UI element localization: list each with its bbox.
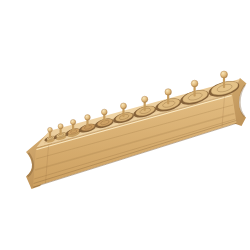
knob-ball	[120, 103, 126, 109]
knob-ball	[165, 89, 172, 96]
knob-ball	[191, 80, 198, 87]
knob-ball	[101, 109, 107, 115]
knob-ball	[58, 124, 63, 129]
knob-ball	[48, 127, 53, 132]
knob-stem	[223, 77, 225, 89]
knob-ball	[70, 119, 75, 124]
knob-ball	[85, 115, 91, 121]
cylinder-block-illustration	[0, 0, 250, 250]
knob-ball	[142, 96, 148, 102]
knob-ball	[221, 71, 228, 78]
product-photo	[0, 0, 250, 250]
